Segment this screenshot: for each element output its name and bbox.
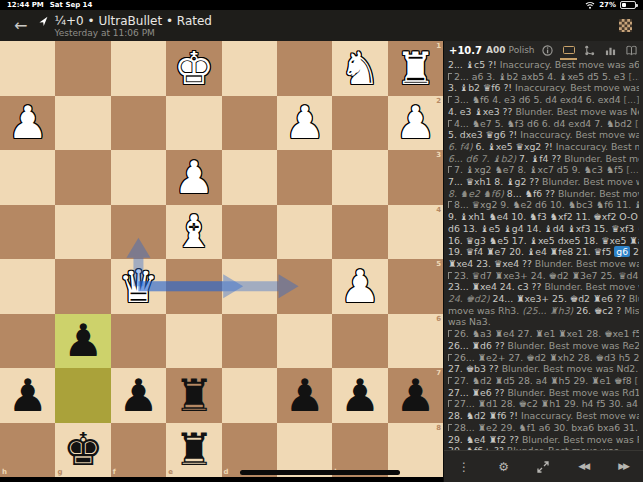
variation-bracket-icon — [448, 424, 452, 431]
move-text[interactable]: 26... ♜d6 ?? — [448, 340, 508, 351]
move-line[interactable]: 6... d6 7. ♝b2) 7. ♝f4 ?? Blunder. Best … — [448, 153, 639, 165]
square-d6[interactable] — [222, 314, 277, 369]
move-text: Blunder. Best move was Ne7. — [515, 106, 639, 117]
rank-label-8: 8 — [436, 424, 441, 432]
square-f8[interactable]: f — [111, 423, 166, 478]
file-label-f: f — [113, 468, 116, 476]
variation-bracket-icon — [448, 354, 452, 361]
variation-bracket-icon — [448, 330, 452, 337]
piece-wQ-f5[interactable]: ♛ — [111, 259, 166, 314]
square-c5[interactable] — [277, 259, 332, 314]
variation-bracket-icon — [448, 73, 452, 80]
move-text[interactable]: 19. ♛f4 ♜e7 20. ♝e4 ♜fe8 21. ♛f5 — [448, 246, 614, 257]
move-line[interactable]: 16. ♛g3 ♞e5 17. ♝xe5 dxe5 18. ♛xe5 ♜ae8 — [448, 235, 639, 247]
square-e2[interactable] — [166, 96, 221, 151]
analysis-tabs — [541, 44, 638, 57]
variation-bracket-icon — [448, 166, 452, 173]
square-f6[interactable] — [111, 314, 166, 369]
info-tab-icon[interactable] — [541, 44, 554, 57]
move-text[interactable]: ♜xe4 23. ♛xe4 ?? — [448, 258, 535, 269]
move-line[interactable]: 5. dxe3 ♛g6 ?! Inaccuracy. Best move was… — [448, 129, 639, 141]
piece-wK-e1[interactable]: ♚ — [166, 41, 221, 96]
square-b4[interactable] — [332, 205, 387, 260]
variation-line[interactable]: 26. ♞a3 ♜e4 27. ♜e1 ♜xe1 28. ♚xe1 f5 [..… — [448, 328, 639, 340]
game-date: Yesterday at 11:06 PM — [54, 28, 212, 38]
move-text[interactable]: 28... ♜e2 29. ♞f1 a6 30. bxa6 bxa6 31. ♜… — [454, 422, 639, 433]
move-text: Blunder. Best move was Re2+. — [508, 340, 639, 351]
move-text[interactable]: 23. ♛d7 ♜xe3+ 24. ♚d2 ♜3e7 25. ♛d4 ♜e1 [… — [454, 270, 639, 281]
square-a3[interactable]: 3 — [388, 150, 443, 205]
piece-wP-e3[interactable]: ♟ — [166, 150, 221, 205]
move-text[interactable]: 16. ♛g3 ♞e5 17. ♝xe5 dxe5 18. ♛xe5 ♜ae8 — [448, 235, 639, 246]
rank-label-2: 2 — [436, 97, 441, 105]
ultrabullet-icon — [39, 15, 50, 26]
square-g5[interactable] — [55, 259, 110, 314]
move-text[interactable]: 4. e3 ♝xe3 ?? — [448, 106, 515, 117]
square-c8[interactable]: c — [277, 423, 332, 478]
file-label-g: g — [57, 468, 62, 476]
variation-line[interactable]: 27... ♜d1 28. ♚c2 ♜h1 29. h4 f5 30. a4 [… — [448, 398, 639, 410]
board-icon[interactable] — [619, 19, 632, 32]
square-a6[interactable]: 6 — [388, 314, 443, 369]
square-e7[interactable]: ♜ — [166, 368, 221, 423]
variation-line[interactable]: 3... ♞f6 4. e3 d6 5. d4 exd4 6. exd4 [..… — [448, 94, 639, 106]
bottom-strip — [0, 477, 443, 482]
move-text: Inaccuracy. Best move was Re2. — [521, 410, 639, 421]
move-text: Inaccuracy. Best move was a6. — [500, 59, 639, 70]
piece-bR-e7[interactable]: ♜ — [166, 368, 221, 423]
analysis-toolbar: ⋮ ⚙ ◀◀ ▶▶ — [444, 450, 643, 482]
move-text: Inaccuracy. Best move was d6. — [520, 129, 639, 140]
move-text[interactable]: 7. ♝xg2 ♞e7 8. ♝xc7 d5 9. ♞c3 ♞f5 [...] — [454, 164, 639, 175]
square-f3[interactable] — [111, 150, 166, 205]
square-d1[interactable] — [222, 41, 277, 96]
move-text: Blunder. Best move was Qd7. — [535, 258, 639, 269]
variation-bracket-icon — [448, 96, 452, 103]
variation-line[interactable]: 28... ♜e2 29. ♞f1 a6 30. bxa6 bxa6 31. ♜… — [448, 422, 639, 434]
move-text[interactable]: 7... ♛xh1 8. ♝g2 ?? — [448, 176, 542, 187]
square-h3[interactable] — [0, 150, 55, 205]
variation-bracket-icon — [448, 272, 452, 279]
move-tree-tab-icon[interactable] — [583, 44, 596, 57]
piece-bP-c7[interactable]: ♟ — [277, 368, 332, 423]
move-line[interactable]: move was Rh3. (25... ♜h3) 26. ♚c2 ? Mist… — [448, 305, 639, 317]
move-line[interactable]: was Na3. — [448, 316, 639, 328]
move-text[interactable]: 22. ♛g4 — [630, 246, 639, 257]
square-b3[interactable] — [332, 150, 387, 205]
piece-bP-g6[interactable]: ♟ — [55, 314, 110, 369]
move-line[interactable]: 27... ♜e6 ?? Blunder. Best move was Rd1. — [448, 387, 639, 399]
move-line[interactable]: 28. ♞d2 ♜f6 ?! Inaccuracy. Best move was… — [448, 410, 639, 422]
fast-backward-button[interactable]: ◀◀ — [571, 457, 595, 477]
variation-line[interactable]: 2... a6 3. ♝b2 axb5 4. ♝xe5 d5 5. e3 [..… — [448, 71, 639, 83]
file-label-e: e — [168, 468, 173, 476]
square-g2[interactable] — [55, 96, 110, 151]
piece-bP-h7[interactable]: ♟ — [0, 368, 55, 423]
menu-button[interactable]: ⋮ — [452, 457, 476, 477]
square-b6[interactable] — [332, 314, 387, 369]
square-h6[interactable] — [0, 314, 55, 369]
move-text: Blunder. Best move was Rf5. — [522, 434, 639, 445]
square-c1[interactable] — [277, 41, 332, 96]
move-text[interactable]: 8. ♞e2 ♞f6) — [448, 188, 507, 199]
expand-icon[interactable] — [531, 457, 555, 477]
square-f4[interactable] — [111, 205, 166, 260]
settings-gear-icon[interactable]: ⚙ — [492, 457, 516, 477]
clock-date: Sat Sep 14 — [50, 1, 93, 9]
move-text: Blunder. Best move was Bxg2. — [564, 153, 639, 164]
move-text[interactable]: 29. ♞e4 ♜f2 ?? — [448, 434, 522, 445]
battery-percent: 27% — [599, 1, 616, 9]
move-text: Blunder. Best move was Nd2. — [502, 363, 639, 374]
move-line[interactable]: 9. ♝xh1 ♞e4 10. ♞f3 ♞xf2 11. ♚xf2 O-O 12… — [448, 211, 639, 223]
move-text[interactable]: 3. ♝b2 ♛f6 ?! — [448, 82, 515, 93]
rank-label-3: 3 — [436, 151, 441, 159]
move-text[interactable]: 27... ♜e6 ?? — [448, 387, 507, 398]
square-d4[interactable] — [222, 205, 277, 260]
square-g7[interactable] — [55, 368, 110, 423]
square-f5[interactable]: ♛ — [111, 259, 166, 314]
file-label-h: h — [2, 468, 7, 476]
rank-label-4: 4 — [436, 206, 441, 214]
move-text[interactable]: 26. ♚c2 ? — [576, 305, 624, 316]
home-indicator[interactable] — [240, 470, 400, 475]
move-text: Inaccuracy. Best move was Nf6. — [515, 82, 639, 93]
square-h4[interactable] — [0, 205, 55, 260]
move-text: Blunder. Best move was Kd2. — [544, 281, 639, 292]
move-text[interactable]: 28. ♞d2 ♜f6 ?! — [448, 410, 521, 421]
square-a4[interactable]: 4 — [388, 205, 443, 260]
square-b5[interactable]: ♟ — [332, 259, 387, 314]
move-text: was Na3. — [448, 316, 491, 327]
move-text[interactable]: 24... ♜xe3+ 25. ♚d2 ♜e6 ?? — [492, 293, 628, 304]
engine-tab-icon[interactable] — [562, 44, 575, 57]
square-c7[interactable]: ♟ — [277, 368, 332, 423]
move-line[interactable]: 2... ♝c5 ?! Inaccuracy. Best move was a6… — [448, 59, 639, 71]
move-text[interactable]: 23... ♜xe4 24. c3 ?? — [448, 281, 544, 292]
square-f7[interactable]: ♟ — [111, 368, 166, 423]
move-text: Blunder. Best move was Rd1. — [507, 387, 639, 398]
piece-wP-b5[interactable]: ♟ — [332, 259, 387, 314]
square-g8[interactable]: ♚g — [55, 423, 110, 478]
square-a5[interactable]: 5 — [388, 259, 443, 314]
square-d5[interactable] — [222, 259, 277, 314]
square-g6[interactable]: ♟ — [55, 314, 110, 369]
move-text[interactable]: 6. ♝xe5 ♛xg2 ?! — [476, 141, 556, 152]
square-f1[interactable] — [111, 41, 166, 96]
move-text[interactable]: 27... ♜d1 28. ♚c2 ♜h1 29. h4 f5 30. a4 [… — [454, 398, 639, 409]
variation-bracket-icon — [448, 120, 452, 127]
move-text: Blunder. Best move was Ne2. — [542, 176, 639, 187]
move-line[interactable]: d6 13. ♝e5 ♝g4 14. ♝d4 ♝xf3 15. ♛xf3 ♞d7 — [448, 223, 639, 235]
piece-wN-b1[interactable]: ♞ — [332, 41, 387, 96]
piece-bK-g8[interactable]: ♚ — [55, 423, 110, 478]
square-b2[interactable] — [332, 96, 387, 151]
move-list[interactable]: 2... ♝c5 ?! Inaccuracy. Best move was a6… — [444, 57, 643, 450]
move-text: Mistake. Best move — [624, 305, 639, 316]
move-line[interactable]: 23... ♜xe4 24. c3 ?? Blunder. Best move … — [448, 281, 639, 293]
square-b7[interactable]: ♟ — [332, 368, 387, 423]
piece-wP-c2[interactable]: ♟ — [277, 96, 332, 151]
move-text[interactable]: (25... ♜h3) — [522, 305, 576, 316]
piece-wB-e4[interactable]: ♝ — [166, 205, 221, 260]
square-c3[interactable] — [277, 150, 332, 205]
rank-label-6: 6 — [436, 315, 441, 323]
rank-label-7: 7 — [436, 369, 441, 377]
variation-line[interactable]: 26... ♜e2+ 27. ♚d2 ♜xh2 28. ♚d3 h5 29. ♚… — [448, 352, 639, 364]
move-text[interactable]: 26... ♜e2+ 27. ♚d2 ♜xh2 28. ♚d3 h5 29. ♚… — [454, 352, 639, 363]
square-e6[interactable] — [166, 314, 221, 369]
move-line[interactable]: 4. e3 ♝xe3 ?? Blunder. Best move was Ne7… — [448, 106, 639, 118]
move-text[interactable]: 27. ♞d2 ♜d5 28. a4 ♜h5 29. ♜e1 ♚f8 [...] — [454, 375, 639, 386]
piece-bR-e8[interactable]: ♜ — [166, 423, 221, 478]
square-a1[interactable]: ♜1 — [388, 41, 443, 96]
move-text: move was Rh3. — [448, 305, 522, 316]
move-text[interactable]: 3... ♞f6 4. e3 d6 5. d4 exd4 6. exd4 [..… — [454, 94, 639, 105]
move-text[interactable]: 2... ♝c5 ?! — [448, 59, 500, 70]
eco-code: A00 — [486, 45, 506, 55]
move-text[interactable]: 9. ♝xh1 ♞e4 10. ♞f3 ♞xf2 11. ♚xf2 O-O 12… — [448, 211, 639, 222]
battery-icon — [620, 1, 636, 9]
rank-label-1: 1 — [436, 42, 441, 50]
move-text[interactable]: 7. ♝f4 ?? — [519, 153, 564, 164]
nav-bar: ← ¼+0 • UltraBullet • Rated Yesterday at… — [0, 10, 643, 41]
piece-wP-a2[interactable]: ♟ — [388, 96, 443, 151]
square-e5[interactable] — [166, 259, 221, 314]
square-e4[interactable]: ♝ — [166, 205, 221, 260]
square-c2[interactable]: ♟ — [277, 96, 332, 151]
square-h2[interactable]: ♟ — [0, 96, 55, 151]
move-text[interactable]: 6... d6 7. ♝b2) — [448, 153, 519, 164]
square-d7[interactable] — [222, 368, 277, 423]
selected-move[interactable]: g6 — [614, 246, 630, 257]
chart-tab-icon[interactable] — [604, 44, 617, 57]
square-e8[interactable]: ♜e — [166, 423, 221, 478]
square-c4[interactable] — [277, 205, 332, 260]
square-f2[interactable] — [111, 96, 166, 151]
square-h5[interactable] — [0, 259, 55, 314]
move-text[interactable]: 2... a6 3. ♝b2 axb5 4. ♝xe5 d5 5. e3 [..… — [454, 71, 639, 82]
variation-line[interactable]: 7. ♝xg2 ♞e7 8. ♝xc7 d5 9. ♞c3 ♞f5 [...] — [448, 164, 639, 176]
move-line[interactable]: 26... ♜d6 ?? Blunder. Best move was Re2+… — [448, 340, 639, 352]
variation-line[interactable]: 4... ♞e7 5. ♞f3 d6 6. d4 exd4 7. ♞bd2 [.… — [448, 118, 639, 130]
chess-board[interactable]: ♚♞♜1♟♟♟2♟3♝4♛♟5♟6♟♟♜♟♟♟7h♚gf♜edcb8a — [0, 41, 443, 477]
move-line[interactable]: ♜xe4 23. ♛xe4 ?? Blunder. Best move was … — [448, 258, 639, 270]
piece-bP-f7[interactable]: ♟ — [111, 368, 166, 423]
move-line[interactable]: 24. ♚d2) 24... ♜xe3+ 25. ♚d2 ♜e6 ?? Blun… — [448, 293, 639, 305]
book-tab-icon[interactable] — [625, 44, 638, 57]
move-text: Blunder. Best — [629, 293, 639, 304]
variation-bracket-icon — [448, 400, 452, 407]
variation-bracket-icon — [448, 377, 452, 384]
move-text[interactable]: 5. dxe3 ♛g6 ?! — [448, 129, 520, 140]
move-line[interactable]: 29. ♞e4 ♜f2 ?? Blunder. Best move was Rf… — [448, 434, 639, 446]
status-bar: 12:44 PMSat Sep 14 27% — [0, 0, 643, 10]
move-text[interactable]: 4... ♞e7 5. ♞f3 d6 6. d4 exd4 7. ♞bd2 [.… — [454, 118, 639, 129]
piece-wR-a1[interactable]: ♜ — [388, 41, 443, 96]
square-d3[interactable] — [222, 150, 277, 205]
wifi-icon — [585, 1, 595, 9]
opening-name: Polish Opening — [509, 45, 537, 55]
back-button[interactable]: ← — [14, 18, 27, 34]
move-line[interactable]: 7... ♛xh1 8. ♝g2 ?? Blunder. Best move w… — [448, 176, 639, 188]
square-b8[interactable]: b — [332, 423, 387, 478]
move-line[interactable]: 27. ♚b3 ?? Blunder. Best move was Nd2. — [448, 363, 639, 375]
square-c6[interactable] — [277, 314, 332, 369]
move-line[interactable]: 8. ♞e2 ♞f6) 8... ♞f6 ?? Blunder. Best mo… — [448, 188, 639, 200]
analysis-header: +10.7 A00 Polish Opening — [444, 41, 643, 57]
square-e3[interactable]: ♟ — [166, 150, 221, 205]
move-text[interactable]: d6 13. ♝e5 ♝g4 14. ♝d4 ♝xf3 15. ♛xf3 ♞d7 — [448, 223, 639, 234]
move-text[interactable]: 6. f4) — [448, 141, 476, 152]
move-text[interactable]: 8... ♛xg2 9. ♞e2 d6 10. ♞bc3 ♞f6 11. ♝g3… — [454, 199, 639, 210]
move-text[interactable]: 26. ♞a3 ♜e4 27. ♜e1 ♜xe1 28. ♚xe1 f5 [..… — [454, 328, 639, 339]
square-b1[interactable]: ♞ — [332, 41, 387, 96]
fast-forward-button[interactable]: ▶▶ — [611, 457, 635, 477]
square-g3[interactable] — [55, 150, 110, 205]
eval-score: +10.7 — [449, 45, 482, 56]
square-e1[interactable]: ♚ — [166, 41, 221, 96]
file-label-d: d — [224, 468, 229, 476]
move-line[interactable]: 3. ♝b2 ♛f6 ?! Inaccuracy. Best move was … — [448, 82, 639, 94]
square-g1[interactable] — [55, 41, 110, 96]
piece-bP-b7[interactable]: ♟ — [332, 368, 387, 423]
move-text: Inaccuracy. Best move was d6. — [556, 141, 639, 152]
piece-wP-h2[interactable]: ♟ — [0, 96, 55, 151]
rank-label-5: 5 — [436, 260, 441, 268]
game-title: ¼+0 • UltraBullet • Rated — [54, 14, 212, 28]
move-text[interactable]: 8... ♞f6 ?? — [507, 188, 558, 199]
move-text[interactable]: 24. ♚d2) — [448, 293, 492, 304]
clock-time: 12:44 PM — [7, 1, 44, 9]
square-h8[interactable]: h — [0, 423, 55, 478]
variation-line[interactable]: 8... ♛xg2 9. ♞e2 d6 10. ♞bc3 ♞f6 11. ♝g3… — [448, 199, 639, 211]
piece-bP-a7[interactable]: ♟ — [388, 368, 443, 423]
square-h1[interactable] — [0, 41, 55, 96]
square-g4[interactable] — [55, 205, 110, 260]
variation-line[interactable]: 27. ♞d2 ♜d5 28. a4 ♜h5 29. ♜e1 ♚f8 [...] — [448, 375, 639, 387]
square-d2[interactable] — [222, 96, 277, 151]
move-text[interactable]: 27. ♚b3 ?? — [448, 363, 502, 374]
move-line[interactable]: 19. ♛f4 ♜e7 20. ♝e4 ♜fe8 21. ♛f5 g6 22. … — [448, 246, 639, 258]
square-h7[interactable]: ♟ — [0, 368, 55, 423]
move-line[interactable]: 6. f4) 6. ♝xe5 ♛xg2 ?! Inaccuracy. Best … — [448, 141, 639, 153]
square-d8[interactable]: d — [222, 423, 277, 478]
move-text: Blunder. Best move was Qxg2. — [558, 188, 639, 199]
square-a7[interactable]: ♟7 — [388, 368, 443, 423]
square-a8[interactable]: 8a — [388, 423, 443, 478]
variation-bracket-icon — [448, 201, 452, 208]
analysis-panel: +10.7 A00 Polish Opening 2... ♝c5 ?! Ina… — [443, 41, 643, 482]
variation-line[interactable]: 23. ♛d7 ♜xe3+ 24. ♚d2 ♜3e7 25. ♛d4 ♜e1 [… — [448, 270, 639, 282]
square-a2[interactable]: ♟2 — [388, 96, 443, 151]
